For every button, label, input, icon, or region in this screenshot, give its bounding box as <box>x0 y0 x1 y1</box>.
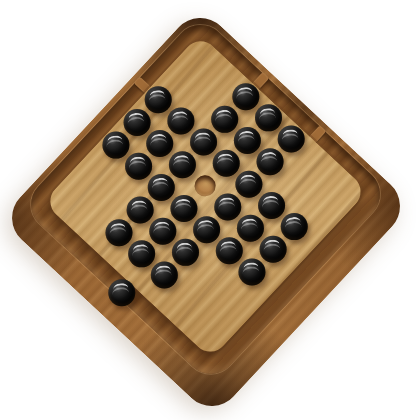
marble-r2-c4[interactable] <box>234 126 261 153</box>
marble-r3-c7[interactable] <box>281 212 308 239</box>
marble-r6-c3[interactable] <box>127 196 154 223</box>
product-photo <box>0 0 420 420</box>
marble-r4-c6[interactable] <box>237 214 264 241</box>
marble-r7-c5[interactable] <box>151 261 178 288</box>
marble-r1-c4[interactable] <box>255 104 282 131</box>
marble-r5-c6[interactable] <box>216 237 243 264</box>
marble-r3-c1[interactable] <box>145 86 172 113</box>
playing-surface <box>43 34 368 359</box>
marble-r5-c4[interactable] <box>170 194 197 221</box>
marble-r2-c3[interactable] <box>211 105 238 132</box>
marble-r3-c2[interactable] <box>167 107 194 134</box>
tray-marble[interactable] <box>108 279 135 306</box>
marble-r6-c5[interactable] <box>172 238 199 265</box>
marble-r3-c5[interactable] <box>235 170 262 197</box>
marble-r5-c3[interactable] <box>148 173 175 200</box>
marble-r4-c3[interactable] <box>169 151 196 178</box>
marble-r4-c2[interactable] <box>146 129 173 156</box>
marble-r4-c7[interactable] <box>260 235 287 262</box>
marble-r4-c5[interactable] <box>214 193 241 220</box>
empty-center-hole[interactable] <box>190 170 220 200</box>
marble-r2-c5[interactable] <box>257 147 284 174</box>
marble-r4-c1[interactable] <box>124 108 151 135</box>
marble-r5-c5[interactable] <box>193 215 220 242</box>
marble-r3-c4[interactable] <box>213 149 240 176</box>
marble-r6-c4[interactable] <box>149 217 176 244</box>
marble-r5-c1[interactable] <box>102 131 129 158</box>
marble-r1-c3[interactable] <box>232 82 259 109</box>
marble-r7-c4[interactable] <box>128 240 155 267</box>
marble-r3-c3[interactable] <box>190 128 217 155</box>
marble-r7-c3[interactable] <box>105 219 132 246</box>
marble-r3-c6[interactable] <box>258 191 285 218</box>
marble-r5-c2[interactable] <box>125 152 152 179</box>
solitaire-board <box>0 6 412 419</box>
marble-r5-c7[interactable] <box>238 258 265 285</box>
marble-r1-c5[interactable] <box>278 125 305 152</box>
